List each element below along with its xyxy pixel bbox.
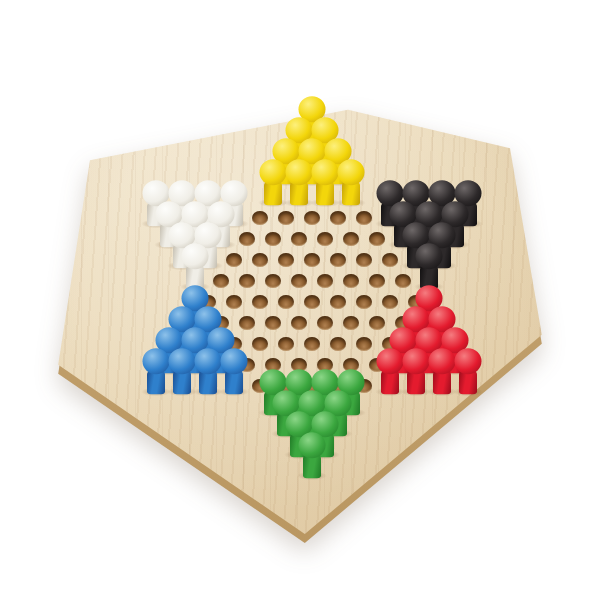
peg-white[interactable] (181, 243, 209, 289)
cell-r7-c4[interactable] (247, 249, 273, 270)
board-hole (278, 253, 294, 267)
peg-yellow[interactable] (311, 159, 339, 205)
cell-r11-c8[interactable] (351, 333, 377, 354)
cell-r11-c7[interactable] (325, 333, 351, 354)
cell-r8-c2[interactable] (208, 270, 234, 291)
peg-ball (286, 159, 313, 185)
board-hole (252, 211, 268, 225)
peg-ball (169, 348, 196, 374)
board-hole (226, 253, 242, 267)
cell-r8-c9[interactable] (390, 270, 416, 291)
cell-r10-c4[interactable] (260, 312, 286, 333)
cell-r13-c3[interactable] (195, 375, 221, 396)
peg-ball (377, 348, 404, 374)
cell-r13-c11[interactable] (403, 375, 429, 396)
cell-r4-c4[interactable] (338, 186, 364, 207)
peg-ball (455, 348, 482, 374)
cell-r5-c5[interactable] (247, 207, 273, 228)
cell-r5-c6[interactable] (273, 207, 299, 228)
cell-r9-c5[interactable] (299, 291, 325, 312)
board-hole (239, 232, 255, 246)
board-hole (265, 232, 281, 246)
cell-r7-c3[interactable] (221, 249, 247, 270)
cell-r10-c6[interactable] (312, 312, 338, 333)
peg-red[interactable] (402, 348, 430, 394)
peg-ball (299, 432, 326, 458)
peg-yellow[interactable] (259, 159, 287, 205)
cell-r4-c1[interactable] (260, 186, 286, 207)
peg-blue[interactable] (194, 348, 222, 394)
board-hole (330, 253, 346, 267)
cell-r13-c2[interactable] (169, 375, 195, 396)
cell-r13-c13[interactable] (455, 375, 481, 396)
cell-r9-c4[interactable] (273, 291, 299, 312)
peg-red[interactable] (376, 348, 404, 394)
board-hole (304, 253, 320, 267)
board-hole (330, 295, 346, 309)
peg-red[interactable] (454, 348, 482, 394)
board-hole (252, 253, 268, 267)
board-hole (265, 274, 281, 288)
board-hole (291, 316, 307, 330)
cell-r6-c7[interactable] (312, 228, 338, 249)
board-hole (265, 316, 281, 330)
board-hole (239, 274, 255, 288)
board-hole (226, 295, 242, 309)
cell-r13-c12[interactable] (429, 375, 455, 396)
board-hole (252, 295, 268, 309)
cell-r5-c9[interactable] (351, 207, 377, 228)
cell-r17-c1[interactable] (299, 459, 325, 480)
board-hole (278, 211, 294, 225)
board-hole (213, 274, 229, 288)
peg-ball (221, 348, 248, 374)
peg-ball (143, 348, 170, 374)
cell-r8-c5[interactable] (286, 270, 312, 291)
peg-blue[interactable] (142, 348, 170, 394)
peg-black[interactable] (415, 243, 443, 289)
cell-r7-c6[interactable] (299, 249, 325, 270)
peg-ball (182, 243, 209, 269)
board-hole (304, 211, 320, 225)
cell-r8-c6[interactable] (312, 270, 338, 291)
board-hole (382, 253, 398, 267)
peg-ball (416, 243, 443, 269)
peg-ball (312, 159, 339, 185)
peg-yellow[interactable] (337, 159, 365, 205)
peg-green[interactable] (298, 432, 326, 478)
cell-r9-c6[interactable] (325, 291, 351, 312)
peg-yellow[interactable] (285, 159, 313, 205)
board-hole (304, 295, 320, 309)
cell-r7-c7[interactable] (325, 249, 351, 270)
peg-ball (260, 159, 287, 185)
cell-r6-c5[interactable] (260, 228, 286, 249)
cell-r11-c5[interactable] (273, 333, 299, 354)
cell-r11-c6[interactable] (299, 333, 325, 354)
cell-r9-c7[interactable] (351, 291, 377, 312)
board-hole (239, 316, 255, 330)
cell-r10-c3[interactable] (234, 312, 260, 333)
cell-r13-c1[interactable] (143, 375, 169, 396)
cell-r5-c7[interactable] (299, 207, 325, 228)
board-hole (317, 274, 333, 288)
cell-r6-c6[interactable] (286, 228, 312, 249)
cell-r13-c10[interactable] (377, 375, 403, 396)
peg-ball (338, 159, 365, 185)
cell-r7-c8[interactable] (351, 249, 377, 270)
cell-r8-c3[interactable] (234, 270, 260, 291)
board-lattice (143, 123, 481, 480)
cell-r4-c3[interactable] (312, 186, 338, 207)
board-hole (343, 274, 359, 288)
board-hole (252, 337, 268, 351)
peg-ball (429, 348, 456, 374)
peg-red[interactable] (428, 348, 456, 394)
board-hole (330, 337, 346, 351)
board-hole (356, 211, 372, 225)
board-hole (278, 295, 294, 309)
board-hole (356, 295, 372, 309)
board-hole (395, 274, 411, 288)
cell-r11-c4[interactable] (247, 333, 273, 354)
cell-r13-c4[interactable] (221, 375, 247, 396)
board-hole (356, 253, 372, 267)
board-hole (369, 316, 385, 330)
board-hole (330, 211, 346, 225)
board-hole (278, 337, 294, 351)
cell-r9-c2[interactable] (221, 291, 247, 312)
board-hole (343, 316, 359, 330)
cell-r8-c4[interactable] (260, 270, 286, 291)
cell-r4-c2[interactable] (286, 186, 312, 207)
cell-r6-c8[interactable] (338, 228, 364, 249)
board-hole (291, 232, 307, 246)
peg-blue[interactable] (220, 348, 248, 394)
board-hole (291, 274, 307, 288)
cell-r10-c5[interactable] (286, 312, 312, 333)
board-hole (343, 232, 359, 246)
board-hole (304, 337, 320, 351)
cell-r10-c8[interactable] (364, 312, 390, 333)
cell-r6-c9[interactable] (364, 228, 390, 249)
cell-r5-c8[interactable] (325, 207, 351, 228)
peg-ball (403, 348, 430, 374)
board-hole (382, 295, 398, 309)
board-hole (317, 232, 333, 246)
cell-r8-c7[interactable] (338, 270, 364, 291)
cell-r8-c8[interactable] (364, 270, 390, 291)
board-hole (317, 316, 333, 330)
peg-ball (195, 348, 222, 374)
cell-r9-c3[interactable] (247, 291, 273, 312)
board-hole (356, 337, 372, 351)
cell-r7-c5[interactable] (273, 249, 299, 270)
board-hole (369, 274, 385, 288)
peg-blue[interactable] (168, 348, 196, 394)
board-hole (369, 232, 385, 246)
cell-r9-c8[interactable] (377, 291, 403, 312)
chinese-checkers-scene (0, 0, 600, 600)
cell-r10-c7[interactable] (338, 312, 364, 333)
cell-r6-c4[interactable] (234, 228, 260, 249)
cell-r7-c9[interactable] (377, 249, 403, 270)
